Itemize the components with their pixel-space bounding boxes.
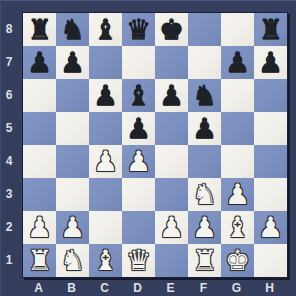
rank-label-3: 3 (1, 177, 22, 210)
square-d1[interactable]: ♛ (122, 244, 155, 277)
piece-black-rook[interactable]: ♜ (27, 13, 52, 46)
square-c5[interactable] (89, 112, 122, 145)
square-g8[interactable] (221, 13, 254, 46)
square-e2[interactable]: ♟ (155, 211, 188, 244)
piece-black-bishop[interactable]: ♝ (93, 13, 118, 46)
rank-label-2: 2 (1, 210, 22, 243)
piece-white-bishop[interactable]: ♝ (93, 244, 118, 277)
piece-black-pawn[interactable]: ♟ (60, 46, 85, 79)
file-label-c: C (88, 279, 121, 296)
piece-black-queen[interactable]: ♛ (126, 13, 151, 46)
square-d8[interactable]: ♛ (122, 13, 155, 46)
square-h7[interactable]: ♟ (254, 46, 287, 79)
square-b6[interactable] (56, 79, 89, 112)
square-c8[interactable]: ♝ (89, 13, 122, 46)
square-c1[interactable]: ♝ (89, 244, 122, 277)
square-d3[interactable] (122, 178, 155, 211)
square-h1[interactable] (254, 244, 287, 277)
square-a7[interactable]: ♟ (23, 46, 56, 79)
square-f2[interactable]: ♟ (188, 211, 221, 244)
square-a8[interactable]: ♜ (23, 13, 56, 46)
board-frame: 87654321 ♜♞♝♛♚♜♟♟♟♟♟♝♟♞♟♟♟♟♞♟♟♟♟♟♝♟♜♞♝♛♜… (0, 0, 296, 296)
square-d4[interactable]: ♟ (122, 145, 155, 178)
square-e6[interactable]: ♟ (155, 79, 188, 112)
square-g6[interactable] (221, 79, 254, 112)
square-h6[interactable] (254, 79, 287, 112)
file-label-h: H (253, 279, 286, 296)
piece-white-bishop[interactable]: ♝ (225, 211, 250, 244)
square-d7[interactable] (122, 46, 155, 79)
square-h3[interactable] (254, 178, 287, 211)
square-b5[interactable] (56, 112, 89, 145)
square-f4[interactable] (188, 145, 221, 178)
piece-black-pawn[interactable]: ♟ (159, 79, 184, 112)
piece-black-rook[interactable]: ♜ (258, 13, 283, 46)
square-e1[interactable] (155, 244, 188, 277)
file-label-e: E (154, 279, 187, 296)
piece-black-pawn[interactable]: ♟ (225, 46, 250, 79)
chess-board[interactable]: ♜♞♝♛♚♜♟♟♟♟♟♝♟♞♟♟♟♟♞♟♟♟♟♟♝♟♜♞♝♛♜♚ (22, 12, 288, 278)
piece-white-pawn[interactable]: ♟ (192, 211, 217, 244)
square-g5[interactable] (221, 112, 254, 145)
piece-black-knight[interactable]: ♞ (192, 79, 217, 112)
square-g1[interactable]: ♚ (221, 244, 254, 277)
file-label-f: F (187, 279, 220, 296)
square-b4[interactable] (56, 145, 89, 178)
piece-black-pawn[interactable]: ♟ (93, 79, 118, 112)
square-a1[interactable]: ♜ (23, 244, 56, 277)
square-a6[interactable] (23, 79, 56, 112)
rank-label-1: 1 (1, 243, 22, 276)
square-h8[interactable]: ♜ (254, 13, 287, 46)
rank-label-8: 8 (1, 12, 22, 45)
square-b8[interactable]: ♞ (56, 13, 89, 46)
square-a5[interactable] (23, 112, 56, 145)
square-e4[interactable] (155, 145, 188, 178)
square-c7[interactable] (89, 46, 122, 79)
piece-white-pawn[interactable]: ♟ (225, 178, 250, 211)
piece-white-pawn[interactable]: ♟ (60, 211, 85, 244)
square-d5[interactable]: ♟ (122, 112, 155, 145)
square-h5[interactable] (254, 112, 287, 145)
square-b7[interactable]: ♟ (56, 46, 89, 79)
piece-white-pawn[interactable]: ♟ (93, 145, 118, 178)
square-b2[interactable]: ♟ (56, 211, 89, 244)
file-labels: ABCDEFGH (22, 279, 286, 296)
piece-white-pawn[interactable]: ♟ (126, 145, 151, 178)
square-f7[interactable] (188, 46, 221, 79)
piece-white-pawn[interactable]: ♟ (27, 211, 52, 244)
rank-label-4: 4 (1, 144, 22, 177)
square-g3[interactable]: ♟ (221, 178, 254, 211)
square-d6[interactable]: ♝ (122, 79, 155, 112)
piece-black-pawn[interactable]: ♟ (27, 46, 52, 79)
piece-black-pawn[interactable]: ♟ (126, 112, 151, 145)
square-g4[interactable] (221, 145, 254, 178)
file-label-a: A (22, 279, 55, 296)
rank-label-5: 5 (1, 111, 22, 144)
square-h4[interactable] (254, 145, 287, 178)
file-label-b: B (55, 279, 88, 296)
file-label-d: D (121, 279, 154, 296)
square-g2[interactable]: ♝ (221, 211, 254, 244)
square-f1[interactable]: ♜ (188, 244, 221, 277)
square-f3[interactable]: ♞ (188, 178, 221, 211)
square-b1[interactable]: ♞ (56, 244, 89, 277)
square-c4[interactable]: ♟ (89, 145, 122, 178)
square-g7[interactable]: ♟ (221, 46, 254, 79)
file-label-g: G (220, 279, 253, 296)
square-e5[interactable] (155, 112, 188, 145)
rank-label-6: 6 (1, 78, 22, 111)
piece-black-king[interactable]: ♚ (159, 13, 184, 46)
square-a2[interactable]: ♟ (23, 211, 56, 244)
square-e8[interactable]: ♚ (155, 13, 188, 46)
square-e7[interactable] (155, 46, 188, 79)
piece-black-bishop[interactable]: ♝ (126, 79, 151, 112)
piece-white-pawn[interactable]: ♟ (258, 211, 283, 244)
piece-white-pawn[interactable]: ♟ (159, 211, 184, 244)
square-b3[interactable] (56, 178, 89, 211)
piece-white-knight[interactable]: ♞ (192, 178, 217, 211)
piece-black-pawn[interactable]: ♟ (258, 46, 283, 79)
piece-white-rook[interactable]: ♜ (192, 244, 217, 277)
piece-white-king[interactable]: ♚ (225, 244, 250, 277)
square-f6[interactable]: ♞ (188, 79, 221, 112)
piece-black-knight[interactable]: ♞ (60, 13, 85, 46)
piece-black-pawn[interactable]: ♟ (192, 112, 217, 145)
rank-label-7: 7 (1, 45, 22, 78)
square-c3[interactable] (89, 178, 122, 211)
square-f8[interactable] (188, 13, 221, 46)
piece-white-queen[interactable]: ♛ (126, 244, 151, 277)
square-d2[interactable] (122, 211, 155, 244)
square-h2[interactable]: ♟ (254, 211, 287, 244)
square-f5[interactable]: ♟ (188, 112, 221, 145)
square-c6[interactable]: ♟ (89, 79, 122, 112)
piece-white-rook[interactable]: ♜ (27, 244, 52, 277)
rank-labels: 87654321 (1, 12, 22, 276)
square-e3[interactable] (155, 178, 188, 211)
square-a4[interactable] (23, 145, 56, 178)
square-c2[interactable] (89, 211, 122, 244)
piece-white-knight[interactable]: ♞ (60, 244, 85, 277)
square-a3[interactable] (23, 178, 56, 211)
